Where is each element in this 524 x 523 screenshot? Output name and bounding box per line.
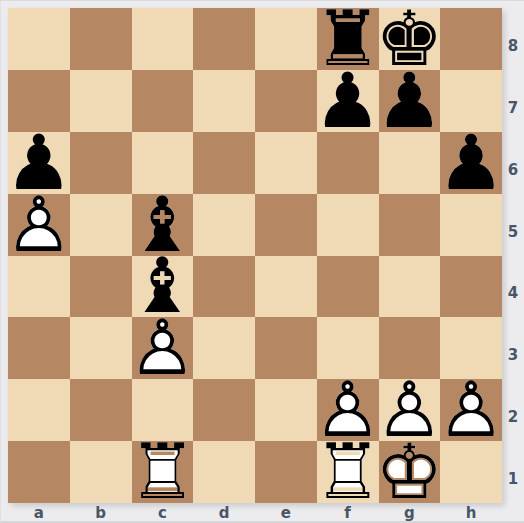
square-d6[interactable]	[193, 132, 255, 194]
piece-glyph-detail: ♙	[437, 372, 505, 448]
square-g1[interactable]: ♚♔	[379, 441, 441, 503]
piece-white-pawn[interactable]: ♟♙	[317, 379, 379, 441]
piece-white-pawn[interactable]: ♟♙	[8, 194, 70, 256]
piece-glyph-fill: ♟	[375, 372, 443, 448]
piece-glyph-detail: ♙	[5, 187, 73, 263]
square-c1[interactable]: ♜♖	[132, 441, 194, 503]
piece-glyph-fill: ♟	[5, 187, 73, 263]
square-b4[interactable]	[70, 256, 132, 318]
square-d2[interactable]	[193, 379, 255, 441]
square-f4[interactable]	[317, 256, 379, 318]
piece-glyph-detail: ♝	[128, 248, 196, 324]
piece-glyph-fill: ♝	[128, 187, 196, 263]
square-g5[interactable]	[379, 194, 441, 256]
square-g7[interactable]: ♟♟	[379, 70, 441, 132]
square-g3[interactable]	[379, 317, 441, 379]
square-f1[interactable]: ♜♖	[317, 441, 379, 503]
square-b5[interactable]	[70, 194, 132, 256]
square-c4[interactable]: ♝♝	[132, 256, 194, 318]
square-a1[interactable]	[8, 441, 70, 503]
piece-glyph-fill: ♟	[375, 63, 443, 139]
file-label-g: g	[379, 503, 441, 523]
square-b8[interactable]	[70, 8, 132, 70]
rank-label-8: 8	[502, 15, 524, 77]
square-h6[interactable]: ♟♟	[440, 132, 502, 194]
file-label-c: c	[132, 503, 194, 523]
square-d3[interactable]	[193, 317, 255, 379]
rank-label-7: 7	[502, 77, 524, 139]
square-b3[interactable]	[70, 317, 132, 379]
square-e1[interactable]	[255, 441, 317, 503]
square-b6[interactable]	[70, 132, 132, 194]
piece-glyph-detail: ♟	[437, 125, 505, 201]
square-h3[interactable]	[440, 317, 502, 379]
piece-white-pawn[interactable]: ♟♙	[379, 379, 441, 441]
piece-glyph-detail: ♙	[314, 372, 382, 448]
piece-black-pawn[interactable]: ♟♟	[317, 70, 379, 132]
square-h8[interactable]	[440, 8, 502, 70]
square-d7[interactable]	[193, 70, 255, 132]
rank-label-1: 1	[502, 448, 524, 510]
square-b1[interactable]	[70, 441, 132, 503]
piece-black-bishop[interactable]: ♝♝	[132, 256, 194, 318]
piece-glyph-fill: ♟	[128, 310, 196, 386]
piece-glyph-detail: ♙	[128, 310, 196, 386]
square-e8[interactable]	[255, 8, 317, 70]
piece-glyph-fill: ♚	[375, 1, 443, 77]
piece-glyph-fill: ♟	[314, 63, 382, 139]
square-f7[interactable]: ♟♟	[317, 70, 379, 132]
piece-white-pawn[interactable]: ♟♙	[132, 317, 194, 379]
piece-glyph-fill: ♜	[128, 434, 196, 510]
file-label-f: f	[317, 503, 379, 523]
square-g4[interactable]	[379, 256, 441, 318]
square-h1[interactable]	[440, 441, 502, 503]
rank-label-3: 3	[502, 324, 524, 386]
file-label-b: b	[70, 503, 132, 523]
square-f2[interactable]: ♟♙	[317, 379, 379, 441]
piece-glyph-detail: ♙	[375, 372, 443, 448]
piece-glyph-fill: ♟	[5, 125, 73, 201]
rank-label-6: 6	[502, 139, 524, 201]
square-c3[interactable]: ♟♙	[132, 317, 194, 379]
square-f5[interactable]	[317, 194, 379, 256]
square-g6[interactable]	[379, 132, 441, 194]
square-h7[interactable]	[440, 70, 502, 132]
file-labels: abcdefgh	[8, 503, 502, 523]
piece-black-pawn[interactable]: ♟♟	[8, 132, 70, 194]
piece-glyph-detail: ♖	[314, 434, 382, 510]
square-e7[interactable]	[255, 70, 317, 132]
piece-white-rook[interactable]: ♜♖	[317, 441, 379, 503]
piece-glyph-fill: ♟	[437, 125, 505, 201]
piece-glyph-fill: ♜	[314, 1, 382, 77]
piece-glyph-detail: ♟	[314, 63, 382, 139]
rank-label-5: 5	[502, 201, 524, 263]
square-a2[interactable]	[8, 379, 70, 441]
piece-white-rook[interactable]: ♜♖	[132, 441, 194, 503]
square-d5[interactable]	[193, 194, 255, 256]
piece-black-bishop[interactable]: ♝♝	[132, 194, 194, 256]
square-a6[interactable]: ♟♟	[8, 132, 70, 194]
square-e3[interactable]	[255, 317, 317, 379]
square-d8[interactable]	[193, 8, 255, 70]
square-c8[interactable]	[132, 8, 194, 70]
chess-board[interactable]: ♜♜♚♚♟♟♟♟♟♟♟♟♟♙♝♝♝♝♟♙♟♙♟♙♟♙♜♖♜♖♚♔	[8, 8, 502, 503]
square-h2[interactable]: ♟♙	[440, 379, 502, 441]
piece-glyph-detail: ♝	[128, 187, 196, 263]
rank-label-2: 2	[502, 386, 524, 448]
piece-glyph-detail: ♔	[375, 434, 443, 510]
piece-black-pawn[interactable]: ♟♟	[379, 70, 441, 132]
piece-glyph-detail: ♟	[375, 63, 443, 139]
square-e5[interactable]	[255, 194, 317, 256]
piece-glyph-detail: ♜	[314, 1, 382, 77]
square-h4[interactable]	[440, 256, 502, 318]
file-label-d: d	[193, 503, 255, 523]
square-d4[interactable]	[193, 256, 255, 318]
square-b2[interactable]	[70, 379, 132, 441]
square-f3[interactable]	[317, 317, 379, 379]
square-f6[interactable]	[317, 132, 379, 194]
square-a3[interactable]	[8, 317, 70, 379]
chess-app: ♜♜♚♚♟♟♟♟♟♟♟♟♟♙♝♝♝♝♟♙♟♙♟♙♟♙♜♖♜♖♚♔ abcdefg…	[0, 0, 524, 523]
square-g2[interactable]: ♟♙	[379, 379, 441, 441]
file-label-a: a	[8, 503, 70, 523]
piece-black-rook[interactable]: ♜♜	[317, 8, 379, 70]
piece-glyph-detail: ♟	[5, 125, 73, 201]
piece-glyph-detail: ♚	[375, 1, 443, 77]
piece-black-king[interactable]: ♚♚	[379, 8, 441, 70]
piece-glyph-fill: ♟	[437, 372, 505, 448]
square-e2[interactable]	[255, 379, 317, 441]
square-g8[interactable]: ♚♚	[379, 8, 441, 70]
rank-label-4: 4	[502, 263, 524, 325]
piece-glyph-fill: ♜	[314, 434, 382, 510]
file-label-e: e	[255, 503, 317, 523]
piece-glyph-fill: ♝	[128, 248, 196, 324]
square-e4[interactable]	[255, 256, 317, 318]
piece-white-pawn[interactable]: ♟♙	[440, 379, 502, 441]
square-e6[interactable]	[255, 132, 317, 194]
piece-glyph-fill: ♟	[314, 372, 382, 448]
square-f8[interactable]: ♜♜	[317, 8, 379, 70]
square-a7[interactable]	[8, 70, 70, 132]
piece-white-king[interactable]: ♚♔	[379, 441, 441, 503]
square-d1[interactable]	[193, 441, 255, 503]
piece-glyph-fill: ♚	[375, 434, 443, 510]
square-a4[interactable]	[8, 256, 70, 318]
piece-glyph-detail: ♖	[128, 434, 196, 510]
square-a8[interactable]	[8, 8, 70, 70]
piece-black-pawn[interactable]: ♟♟	[440, 132, 502, 194]
square-h5[interactable]	[440, 194, 502, 256]
square-c6[interactable]	[132, 132, 194, 194]
square-a5[interactable]: ♟♙	[8, 194, 70, 256]
square-c7[interactable]	[132, 70, 194, 132]
square-b7[interactable]	[70, 70, 132, 132]
square-c2[interactable]	[132, 379, 194, 441]
rank-labels: 87654321	[502, 8, 524, 503]
square-c5[interactable]: ♝♝	[132, 194, 194, 256]
file-label-h: h	[440, 503, 502, 523]
